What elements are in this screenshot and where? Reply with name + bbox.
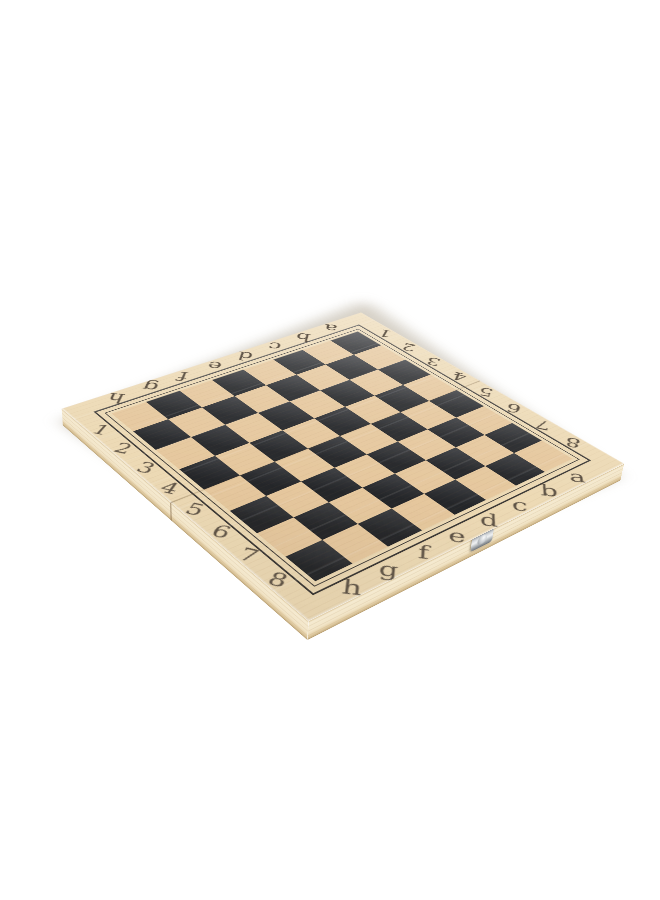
board-perspective-wrapper: aabbccddeeffgghh1122334455667788 <box>140 236 540 636</box>
chessboard: aabbccddeeffgghh1122334455667788 <box>62 312 625 621</box>
product-photo-background: aabbccddeeffgghh1122334455667788 <box>0 0 660 900</box>
metal-clasp <box>470 527 494 552</box>
fold-seam-edge <box>170 502 171 521</box>
outer-border-line <box>94 325 591 595</box>
